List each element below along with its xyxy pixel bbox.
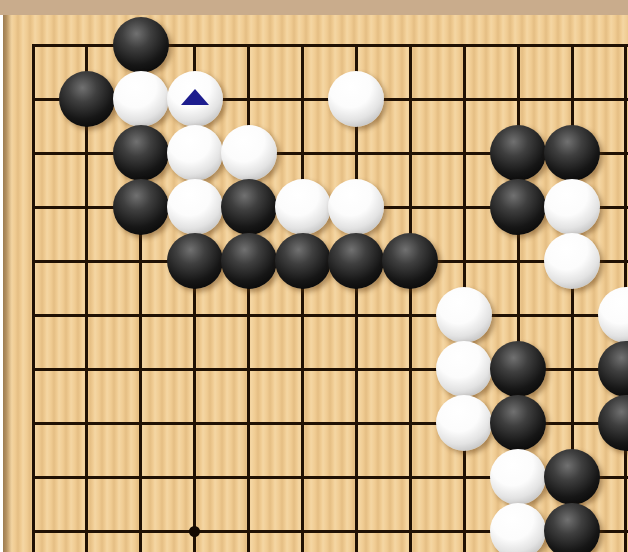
black-stone — [490, 341, 546, 397]
black-stone — [113, 17, 169, 73]
triangle-marker — [181, 89, 209, 105]
black-stone — [221, 233, 277, 289]
black-stone — [59, 71, 115, 127]
white-stone — [598, 287, 628, 343]
star-point — [189, 526, 200, 537]
top-band — [0, 0, 628, 15]
black-stone — [544, 503, 600, 552]
white-stone — [490, 503, 546, 552]
white-stone — [544, 233, 600, 289]
board-left-edge — [3, 15, 12, 552]
black-stone — [490, 395, 546, 451]
black-stone — [275, 233, 331, 289]
white-stone — [436, 287, 492, 343]
white-stone — [436, 341, 492, 397]
black-stone — [221, 179, 277, 235]
black-stone — [382, 233, 438, 289]
black-stone — [598, 341, 628, 397]
black-stone — [113, 179, 169, 235]
white-stone — [167, 125, 223, 181]
black-stone — [544, 449, 600, 505]
white-stone — [221, 125, 277, 181]
go-board[interactable] — [3, 15, 628, 552]
white-stone — [328, 71, 384, 127]
go-board-screenshot — [0, 0, 628, 552]
white-stone — [436, 395, 492, 451]
white-stone — [275, 179, 331, 235]
white-stone — [490, 449, 546, 505]
black-stone — [544, 125, 600, 181]
white-stone — [167, 179, 223, 235]
grid-row-line — [32, 314, 628, 317]
white-stone — [113, 71, 169, 127]
black-stone — [490, 179, 546, 235]
black-stone — [113, 125, 169, 181]
black-stone — [167, 233, 223, 289]
white-stone — [544, 179, 600, 235]
black-stone — [328, 233, 384, 289]
black-stone — [598, 395, 628, 451]
black-stone — [490, 125, 546, 181]
white-stone — [328, 179, 384, 235]
